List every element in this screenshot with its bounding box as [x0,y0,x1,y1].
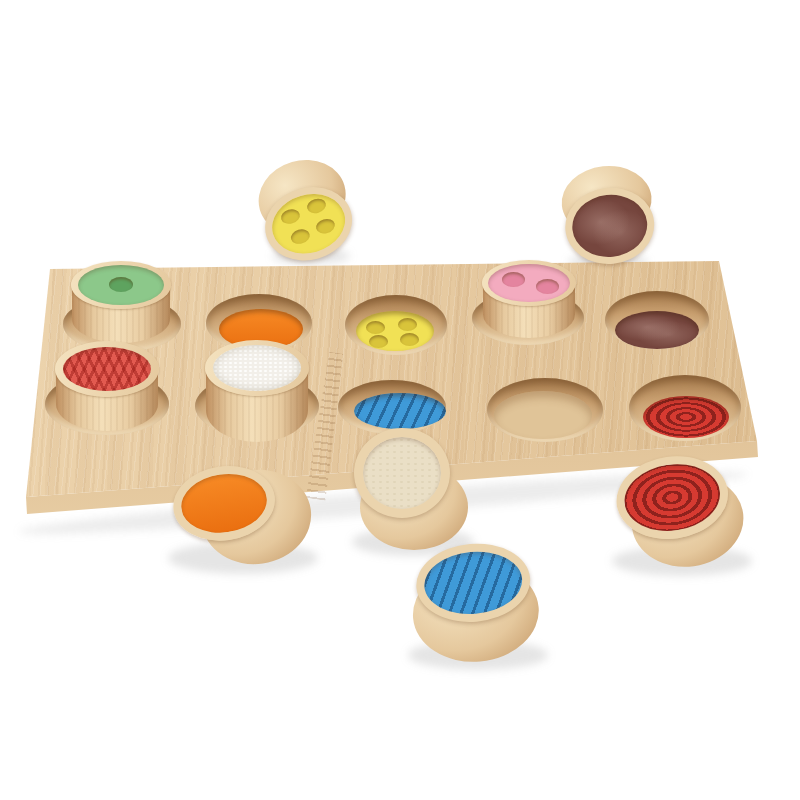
dimple [366,321,385,334]
texture-cream [354,428,450,518]
cylinder-white-felt[interactable] [205,340,309,444]
dimple [536,279,559,294]
cylinder-top-face [71,261,171,309]
disc-brown-sandpaper[interactable] [615,311,699,349]
dimple [400,333,419,346]
loose-cylinder-orange-smooth[interactable] [162,441,319,578]
cylinder-top-face [482,260,576,306]
loose-cylinder-blue-grooves[interactable] [399,536,545,669]
scene [0,0,800,800]
disc-plain-wood-bottom [494,391,592,439]
texture-green [78,265,164,305]
cylinder-red-zigzag[interactable] [55,341,159,433]
dimple [398,318,417,331]
cylinder-top-face [55,341,159,397]
dimple [369,335,388,348]
dimple [502,272,525,287]
dimple [279,207,301,226]
texture-red-zigzag [63,347,151,391]
loose-cylinder-red-rings[interactable] [602,441,751,578]
disc-red-rings[interactable] [643,396,729,438]
dimple [109,277,133,292]
loose-cylinder-cream-plain[interactable] [348,424,472,552]
disc-yellow-four-dimples[interactable] [356,311,434,351]
texture-white-felt [213,345,301,391]
dimple [305,197,327,216]
texture-pink [488,264,570,302]
dimple [289,227,311,246]
cylinder-top-face [205,340,309,396]
cylinder-green-single-dimple[interactable] [71,261,171,345]
dimple [314,217,336,236]
cylinder-pink-two-dimples[interactable] [482,260,576,340]
loose-cylinder-brown-sandpaper[interactable] [555,159,661,268]
